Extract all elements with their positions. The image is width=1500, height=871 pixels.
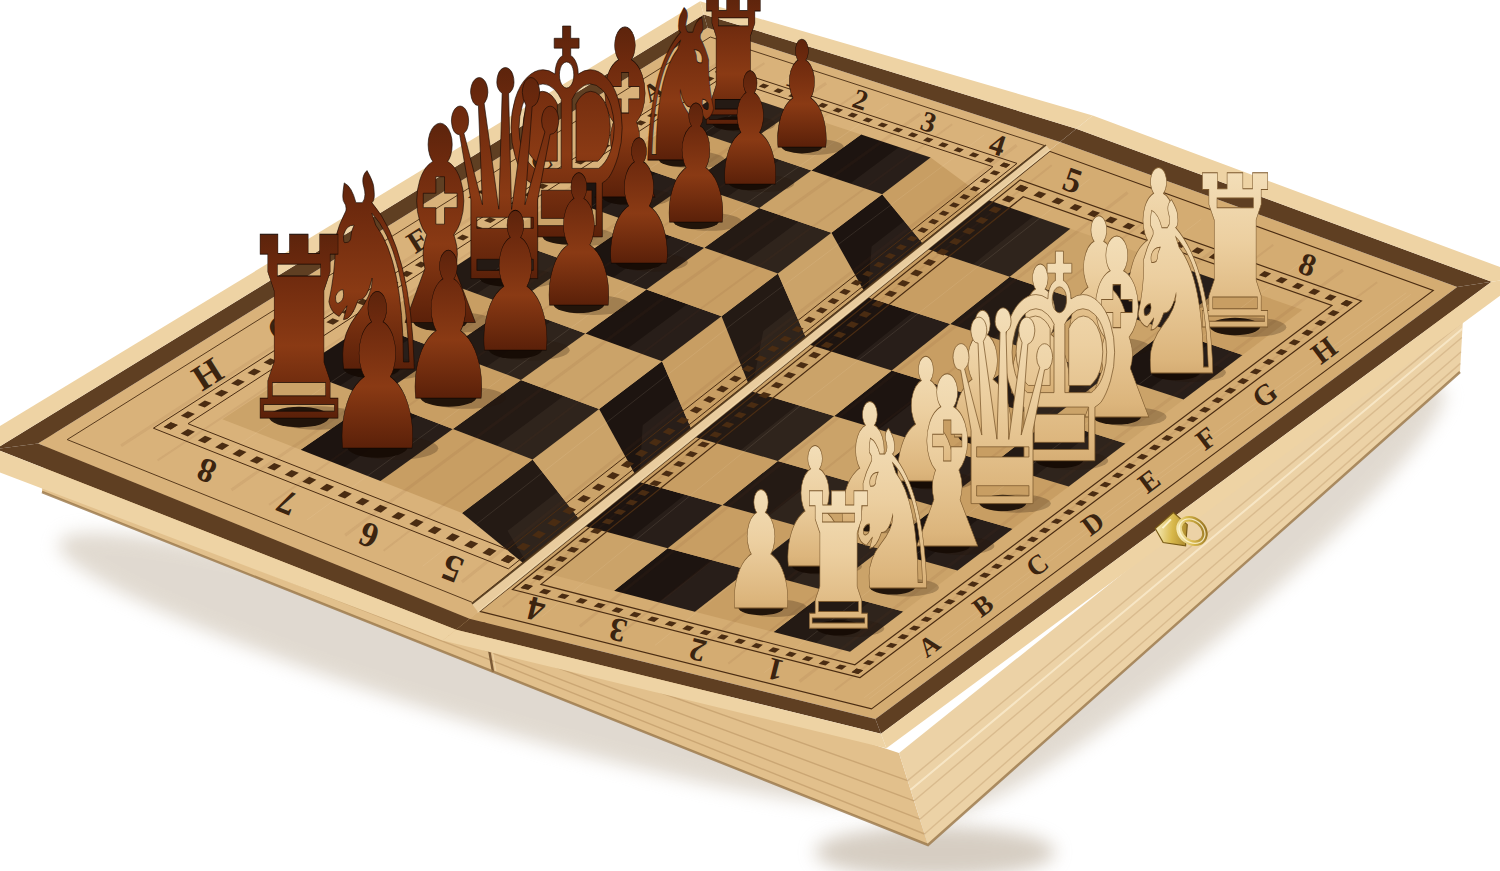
piece-glyph: ♟ xyxy=(721,457,801,647)
chess-set-product-photo: A1H1B2G2C3F3D4E4E5D5F6C6G7B7H8A8♜♟♞♟♝♟♚♟… xyxy=(0,0,1500,871)
piece-white-rook-a1: ♜ xyxy=(792,454,885,673)
chess-board-photo: A1H1B2G2C3F3D4E4E5D5F6C6G7B7H8A8♜♟♞♟♝♟♚♟… xyxy=(0,0,1500,871)
piece-glyph: ♜ xyxy=(792,454,885,673)
piece-black-pawn-a7: ♟ xyxy=(325,249,439,499)
piece-glyph: ♟ xyxy=(325,249,431,499)
